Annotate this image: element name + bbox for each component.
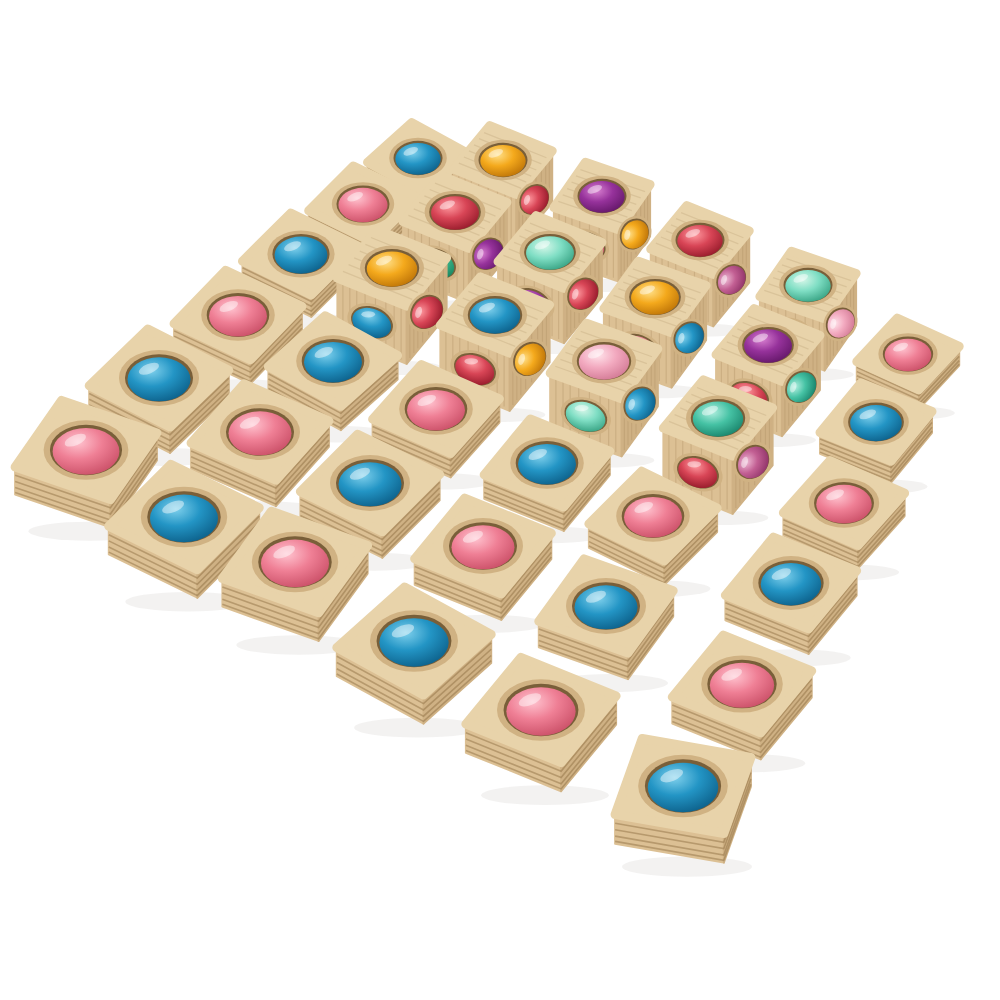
- gem-pink-top: [399, 383, 473, 435]
- gem-blue-top: [566, 578, 646, 634]
- gem-lightpink-top: [572, 339, 636, 384]
- block-r5c5-tile-blue[interactable]: [615, 739, 752, 877]
- gem-blue-top: [330, 455, 410, 511]
- gem-blue-top: [370, 610, 458, 672]
- gem-teal-top: [686, 396, 750, 441]
- gem-pink-top: [809, 478, 879, 527]
- gem-blue-top: [753, 556, 830, 610]
- gem-blue-top: [638, 755, 728, 818]
- gem-pink-top: [44, 420, 129, 479]
- gem-blue-top: [267, 230, 334, 277]
- gem-mint-top: [779, 265, 837, 305]
- gem-pink-top: [332, 182, 394, 226]
- gem-blue-top: [463, 293, 527, 338]
- gem-amber-top: [474, 140, 532, 180]
- gem-blue-top: [296, 335, 370, 387]
- product-photo-wooden-gem-blocks: [0, 0, 1000, 1000]
- gem-pink-top: [443, 518, 523, 574]
- gem-pink-top: [201, 289, 275, 341]
- block-shadow: [622, 857, 752, 877]
- gem-amber-top: [625, 276, 686, 319]
- gem-blue-top: [510, 437, 584, 489]
- gem-pink-top: [220, 404, 300, 460]
- gem-amber-top: [360, 246, 424, 291]
- gem-pink-top: [497, 679, 585, 741]
- gem-blue-top: [119, 350, 199, 406]
- gem-purple-top: [738, 324, 799, 367]
- blocks-scene: [0, 0, 1000, 1000]
- block-shadow: [481, 785, 609, 805]
- gem-red-top: [425, 191, 486, 234]
- gem-purple-top: [573, 176, 631, 216]
- gem-red-top: [671, 220, 729, 260]
- gem-pink-top: [878, 333, 937, 374]
- gem-mint-top: [520, 231, 581, 274]
- gem-pink-top: [701, 655, 783, 712]
- gem-blue-top: [843, 399, 909, 445]
- gem-blue-top: [141, 487, 227, 547]
- gem-pink-top: [616, 490, 690, 542]
- gem-blue-top: [389, 138, 447, 178]
- gem-pink-top: [252, 532, 338, 592]
